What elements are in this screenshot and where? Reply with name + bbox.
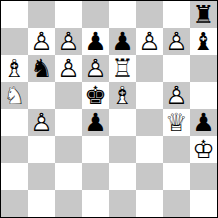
square-c3[interactable] (55, 136, 82, 163)
chess-board: ♜♟♙♟♙♟♟♟♙♟♙♝♝♗♞♟♙♟♙♜♖♞♘♚♝♗♟♙♟♙♟♛♕♟♚♔ (0, 0, 218, 218)
white-pawn-icon: ♟♙ (163, 28, 190, 55)
square-a2[interactable] (1, 163, 28, 190)
black-bishop-icon: ♝ (190, 28, 217, 55)
square-h8[interactable]: ♜ (190, 1, 217, 28)
square-h4[interactable]: ♟ (190, 109, 217, 136)
white-pawn-icon: ♟♙ (82, 55, 109, 82)
square-f1[interactable] (136, 190, 163, 217)
square-a3[interactable] (1, 136, 28, 163)
black-pawn-icon: ♟ (82, 109, 109, 136)
board-grid: ♜♟♙♟♙♟♟♟♙♟♙♝♝♗♞♟♙♟♙♜♖♞♘♚♝♗♟♙♟♙♟♛♕♟♚♔ (1, 1, 217, 217)
square-h1[interactable] (190, 190, 217, 217)
square-g2[interactable] (163, 163, 190, 190)
square-b8[interactable] (28, 1, 55, 28)
square-b7[interactable]: ♟♙ (28, 28, 55, 55)
square-b5[interactable] (28, 82, 55, 109)
white-queen-icon: ♛♕ (163, 109, 190, 136)
white-pawn-icon: ♟♙ (28, 28, 55, 55)
square-d6[interactable]: ♟♙ (82, 55, 109, 82)
square-c4[interactable] (55, 109, 82, 136)
white-pawn-icon: ♟♙ (55, 28, 82, 55)
white-knight-icon: ♞♘ (1, 82, 28, 109)
square-g6[interactable] (163, 55, 190, 82)
black-pawn-icon: ♟ (82, 28, 109, 55)
square-c1[interactable] (55, 190, 82, 217)
square-h6[interactable] (190, 55, 217, 82)
white-rook-icon: ♜♖ (109, 55, 136, 82)
square-f4[interactable] (136, 109, 163, 136)
square-h2[interactable] (190, 163, 217, 190)
white-pawn-icon: ♟♙ (163, 82, 190, 109)
square-c7[interactable]: ♟♙ (55, 28, 82, 55)
white-pawn-icon: ♟♙ (55, 55, 82, 82)
square-b2[interactable] (28, 163, 55, 190)
square-f7[interactable]: ♟♙ (136, 28, 163, 55)
square-e1[interactable] (109, 190, 136, 217)
black-rook-icon: ♜ (190, 1, 217, 28)
square-e4[interactable] (109, 109, 136, 136)
square-e7[interactable]: ♟ (109, 28, 136, 55)
square-a4[interactable] (1, 109, 28, 136)
square-g8[interactable] (163, 1, 190, 28)
square-d4[interactable]: ♟ (82, 109, 109, 136)
square-c6[interactable]: ♟♙ (55, 55, 82, 82)
square-e6[interactable]: ♜♖ (109, 55, 136, 82)
black-knight-icon: ♞ (28, 55, 55, 82)
square-f3[interactable] (136, 136, 163, 163)
square-d3[interactable] (82, 136, 109, 163)
square-g3[interactable] (163, 136, 190, 163)
square-d8[interactable] (82, 1, 109, 28)
square-e5[interactable]: ♝♗ (109, 82, 136, 109)
square-g1[interactable] (163, 190, 190, 217)
white-king-icon: ♚♔ (190, 136, 217, 163)
square-h7[interactable]: ♝ (190, 28, 217, 55)
black-king-icon: ♚ (82, 82, 109, 109)
square-c8[interactable] (55, 1, 82, 28)
square-b1[interactable] (28, 190, 55, 217)
square-h3[interactable]: ♚♔ (190, 136, 217, 163)
square-d5[interactable]: ♚ (82, 82, 109, 109)
white-bishop-icon: ♝♗ (109, 82, 136, 109)
square-h5[interactable] (190, 82, 217, 109)
square-f2[interactable] (136, 163, 163, 190)
square-e2[interactable] (109, 163, 136, 190)
square-a1[interactable] (1, 190, 28, 217)
square-b4[interactable]: ♟♙ (28, 109, 55, 136)
square-f5[interactable] (136, 82, 163, 109)
square-c2[interactable] (55, 163, 82, 190)
white-bishop-icon: ♝♗ (1, 55, 28, 82)
square-e8[interactable] (109, 1, 136, 28)
square-f8[interactable] (136, 1, 163, 28)
square-b3[interactable] (28, 136, 55, 163)
square-a5[interactable]: ♞♘ (1, 82, 28, 109)
square-g5[interactable]: ♟♙ (163, 82, 190, 109)
square-f6[interactable] (136, 55, 163, 82)
black-pawn-icon: ♟ (190, 109, 217, 136)
square-a7[interactable] (1, 28, 28, 55)
square-d7[interactable]: ♟ (82, 28, 109, 55)
square-d2[interactable] (82, 163, 109, 190)
square-d1[interactable] (82, 190, 109, 217)
square-b6[interactable]: ♞ (28, 55, 55, 82)
white-pawn-icon: ♟♙ (28, 109, 55, 136)
black-pawn-icon: ♟ (109, 28, 136, 55)
square-a8[interactable] (1, 1, 28, 28)
white-pawn-icon: ♟♙ (136, 28, 163, 55)
square-e3[interactable] (109, 136, 136, 163)
square-a6[interactable]: ♝♗ (1, 55, 28, 82)
square-c5[interactable] (55, 82, 82, 109)
square-g7[interactable]: ♟♙ (163, 28, 190, 55)
square-g4[interactable]: ♛♕ (163, 109, 190, 136)
